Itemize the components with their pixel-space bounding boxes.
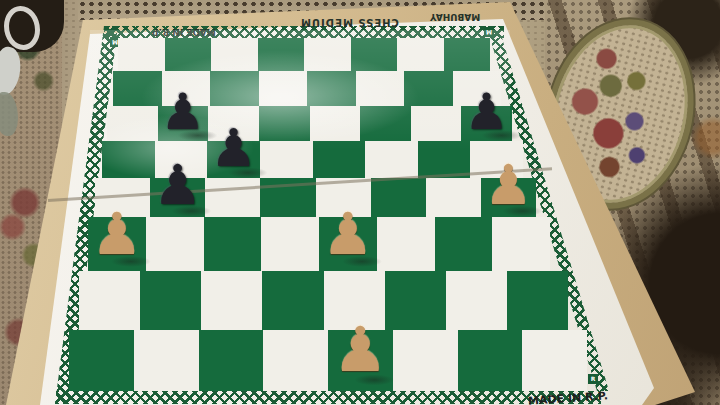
- pawn-glyph: ♟: [333, 313, 389, 386]
- piece-white-pawn[interactable]: ♟: [91, 205, 143, 263]
- piece-black-pawn[interactable]: ♟: [210, 122, 257, 174]
- pawn-glyph: ♟: [210, 118, 257, 178]
- pawn-glyph: ♟: [153, 153, 202, 217]
- pawn-glyph: ♟: [464, 83, 509, 141]
- piece-white-pawn[interactable]: ♟: [333, 319, 389, 381]
- piece-layer: ♟♟♟♟♟♟♟♟: [0, 0, 720, 405]
- piece-black-pawn[interactable]: ♟: [464, 87, 509, 137]
- pawn-glyph: ♟: [484, 153, 533, 217]
- piece-black-pawn[interactable]: ♟: [153, 158, 202, 213]
- pawn-glyph: ♟: [161, 83, 206, 141]
- piece-white-pawn[interactable]: ♟: [484, 158, 533, 213]
- piece-white-pawn[interactable]: ♟: [322, 205, 374, 263]
- pawn-glyph: ♟: [322, 200, 374, 268]
- piece-black-pawn[interactable]: ♟: [161, 87, 206, 137]
- pawn-glyph: ♟: [91, 200, 143, 268]
- photo-scene: M M R MADE IN R.P CHESS MEDIUM MABUHAY M…: [0, 0, 720, 405]
